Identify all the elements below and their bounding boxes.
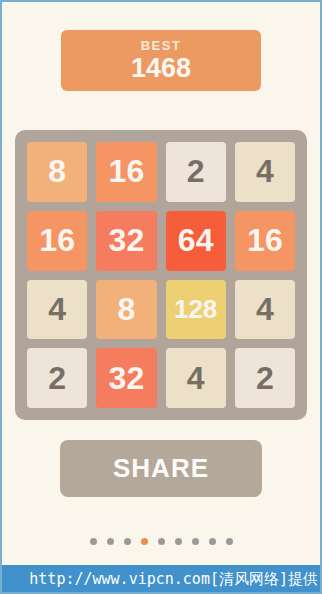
tile-2: 2	[166, 142, 226, 202]
pager-dot	[192, 538, 199, 545]
tile-16: 16	[235, 211, 295, 271]
tile-32: 32	[96, 211, 156, 271]
tile-4: 4	[166, 348, 226, 408]
tile-128: 128	[166, 280, 226, 340]
pager-dot	[107, 538, 114, 545]
tile-8: 8	[96, 280, 156, 340]
tile-32: 32	[96, 348, 156, 408]
app-screen: BEST 1468 816241632641648128423242 SHARE…	[0, 0, 322, 594]
best-score-badge: BEST 1468	[61, 30, 261, 91]
pager-dot	[175, 538, 182, 545]
tile-8: 8	[27, 142, 87, 202]
pager-dot	[124, 538, 131, 545]
pager-dot-active	[141, 538, 148, 545]
game-board[interactable]: 816241632641648128423242	[15, 130, 307, 420]
pager-dot	[90, 538, 97, 545]
tile-4: 4	[235, 280, 295, 340]
best-score-value: 1468	[131, 54, 191, 84]
tile-4: 4	[27, 280, 87, 340]
page-indicator	[90, 538, 233, 545]
tile-2: 2	[235, 348, 295, 408]
tile-64: 64	[166, 211, 226, 271]
tile-4: 4	[235, 142, 295, 202]
tile-16: 16	[96, 142, 156, 202]
pager-dot	[158, 538, 165, 545]
share-button[interactable]: SHARE	[60, 440, 262, 497]
best-score-label: BEST	[141, 38, 182, 54]
pager-dot	[226, 538, 233, 545]
watermark-text: http://www.vipcn.com[清风网络]提供	[0, 565, 322, 594]
pager-dot	[209, 538, 216, 545]
tile-16: 16	[27, 211, 87, 271]
tile-2: 2	[27, 348, 87, 408]
